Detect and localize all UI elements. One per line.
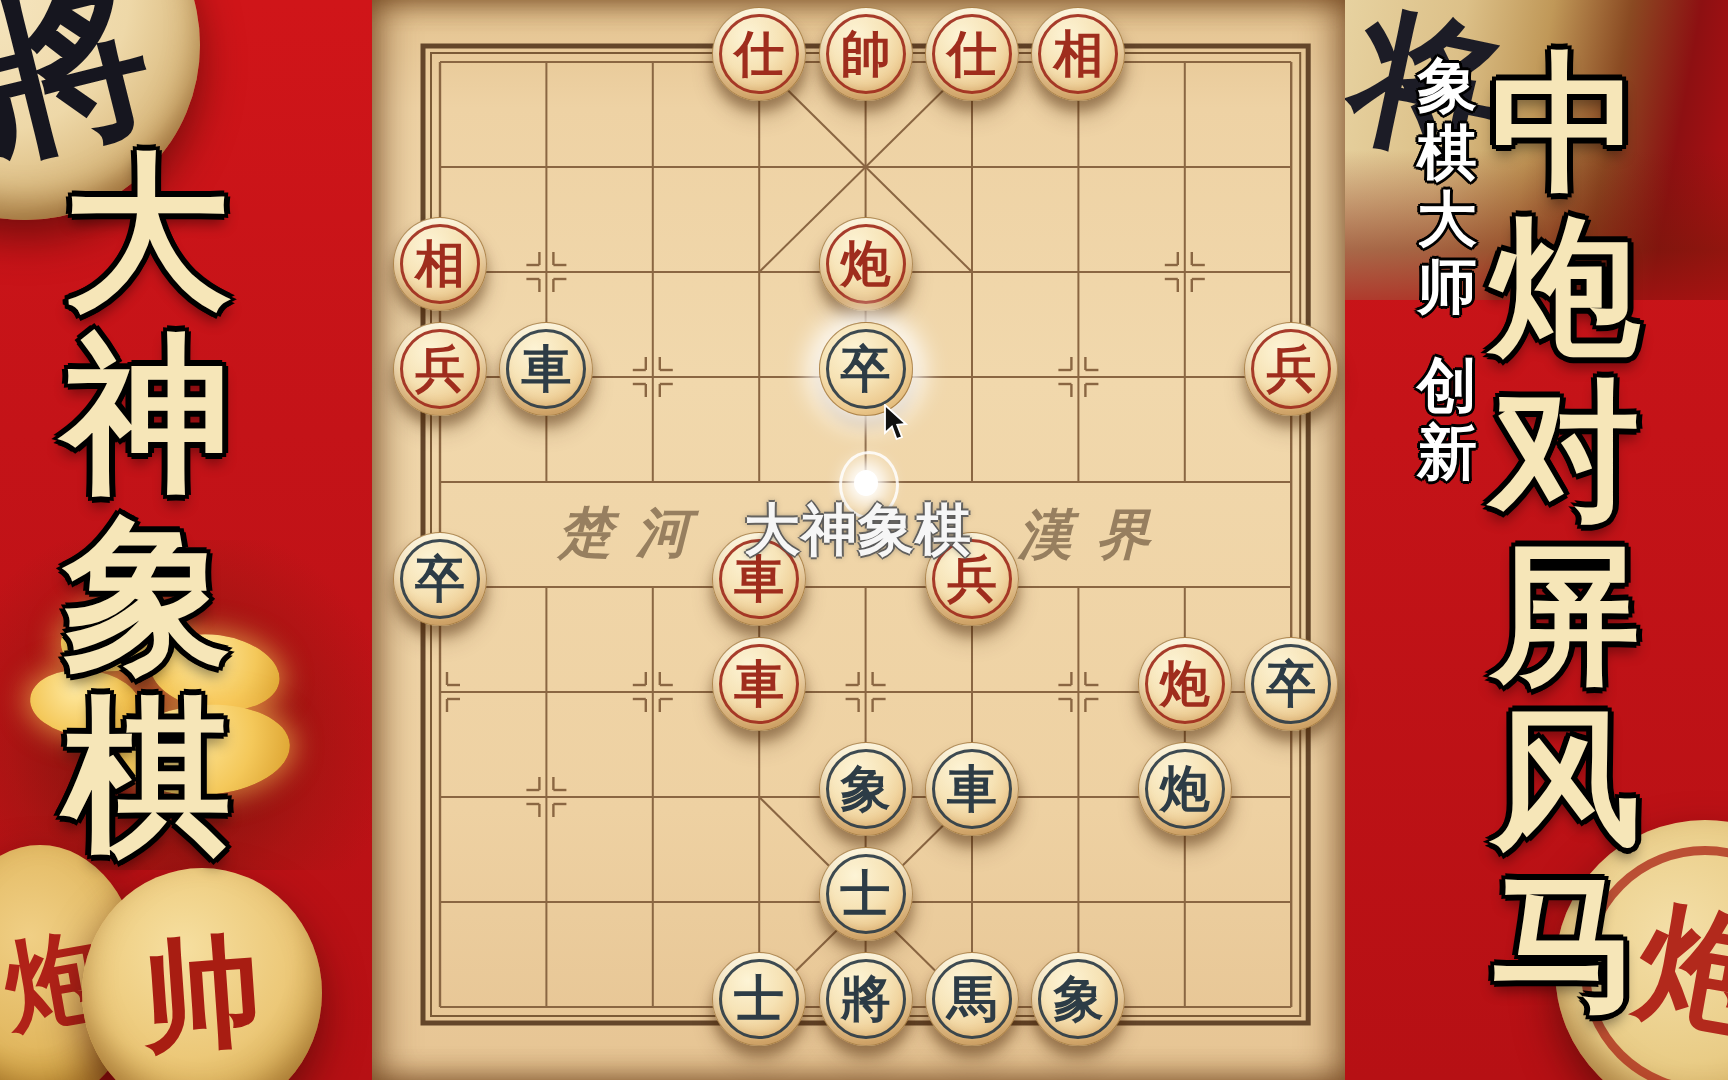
screenshot-root: 楚河 漢界 仕帥仕相相炮兵車卒兵卒車兵車炮卒象車炮士士將馬象 大神象棋 將 炮 … xyxy=(0,0,1728,1080)
piece-glyph: 卒 xyxy=(819,322,913,416)
piece-glyph: 炮 xyxy=(819,217,913,311)
piece-glyph: 卒 xyxy=(393,532,487,626)
piece-red-炮[interactable]: 炮 xyxy=(819,217,913,311)
title-char: 神 xyxy=(22,323,272,504)
title-char: 炮 xyxy=(1455,204,1675,368)
piece-glyph: 車 xyxy=(925,742,1019,836)
mouse-cursor xyxy=(884,404,910,442)
piece-glyph: 兵 xyxy=(1244,322,1338,416)
piece-red-帥[interactable]: 帥 xyxy=(819,7,913,101)
river-label-han-jie: 漢界 xyxy=(1018,499,1174,572)
piece-black-卒[interactable]: 卒 xyxy=(1244,637,1338,731)
right-banner-title: 中炮对屏风马 xyxy=(1455,40,1675,1024)
piece-red-仕[interactable]: 仕 xyxy=(712,7,806,101)
title-char: 中 xyxy=(1455,40,1675,204)
title-char: 象 xyxy=(22,504,272,685)
piece-glyph: 車 xyxy=(712,637,806,731)
center-watermark: 大神象棋 xyxy=(744,493,972,569)
piece-glyph: 象 xyxy=(1031,952,1125,1046)
title-char: 马 xyxy=(1455,860,1675,1024)
piece-black-馬[interactable]: 馬 xyxy=(925,952,1019,1046)
piece-red-兵[interactable]: 兵 xyxy=(393,322,487,416)
piece-black-象[interactable]: 象 xyxy=(1031,952,1125,1046)
piece-glyph: 象 xyxy=(819,742,913,836)
piece-black-炮[interactable]: 炮 xyxy=(1138,742,1232,836)
title-char: 大 xyxy=(22,142,272,323)
piece-red-炮[interactable]: 炮 xyxy=(1138,637,1232,731)
piece-glyph: 車 xyxy=(499,322,593,416)
left-banner-title: 大神象棋 xyxy=(22,142,272,866)
piece-glyph: 炮 xyxy=(1138,637,1232,731)
piece-glyph: 兵 xyxy=(393,322,487,416)
piece-glyph: 士 xyxy=(819,847,913,941)
piece-red-兵[interactable]: 兵 xyxy=(1244,322,1338,416)
title-char: 棋 xyxy=(22,685,272,866)
piece-red-相[interactable]: 相 xyxy=(393,217,487,311)
title-char: 风 xyxy=(1455,696,1675,860)
piece-black-車[interactable]: 車 xyxy=(925,742,1019,836)
piece-glyph: 士 xyxy=(712,952,806,1046)
piece-black-將[interactable]: 將 xyxy=(819,952,913,1046)
piece-glyph: 帥 xyxy=(819,7,913,101)
piece-black-士[interactable]: 士 xyxy=(819,847,913,941)
piece-glyph: 仕 xyxy=(712,7,806,101)
piece-glyph: 卒 xyxy=(1244,637,1338,731)
river-label-chu-he: 楚河 xyxy=(558,497,714,570)
piece-glyph: 仕 xyxy=(925,7,1019,101)
right-banner: 将 炮 象棋大师 创新 中炮对屏风马 xyxy=(1345,0,1728,1080)
piece-red-仕[interactable]: 仕 xyxy=(925,7,1019,101)
piece-black-象[interactable]: 象 xyxy=(819,742,913,836)
piece-black-車[interactable]: 車 xyxy=(499,322,593,416)
piece-red-相[interactable]: 相 xyxy=(1031,7,1125,101)
title-char: 屏 xyxy=(1455,532,1675,696)
piece-glyph: 馬 xyxy=(925,952,1019,1046)
piece-glyph: 將 xyxy=(819,952,913,1046)
title-char: 对 xyxy=(1455,368,1675,532)
piece-black-卒[interactable]: 卒 xyxy=(819,322,913,416)
piece-glyph: 炮 xyxy=(1138,742,1232,836)
piece-black-卒[interactable]: 卒 xyxy=(393,532,487,626)
piece-black-士[interactable]: 士 xyxy=(712,952,806,1046)
piece-glyph: 相 xyxy=(393,217,487,311)
decor-piece-char: 帅 xyxy=(138,929,266,1057)
piece-red-車[interactable]: 車 xyxy=(712,637,806,731)
left-banner: 將 炮 帅 大神象棋 xyxy=(0,0,372,1080)
piece-glyph: 相 xyxy=(1031,7,1125,101)
